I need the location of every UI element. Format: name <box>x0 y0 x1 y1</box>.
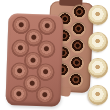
dark-chocolate-donut <box>69 55 85 71</box>
mold-cavity-bump <box>35 86 54 105</box>
dark-chocolate-donut <box>71 4 87 20</box>
dark-chocolate-donut <box>70 38 86 54</box>
white-chocolate-donut <box>88 5 108 25</box>
white-chocolate-donut <box>88 85 108 105</box>
empty-chocolate-mold <box>5 13 63 107</box>
product-photo <box>0 0 110 110</box>
dark-chocolate-donut <box>71 21 87 37</box>
white-chocolate-donut <box>88 58 108 78</box>
mold-cavity-bump <box>9 85 28 104</box>
dark-chocolate-donut <box>68 72 84 88</box>
white-chocolate-donut <box>88 32 108 52</box>
